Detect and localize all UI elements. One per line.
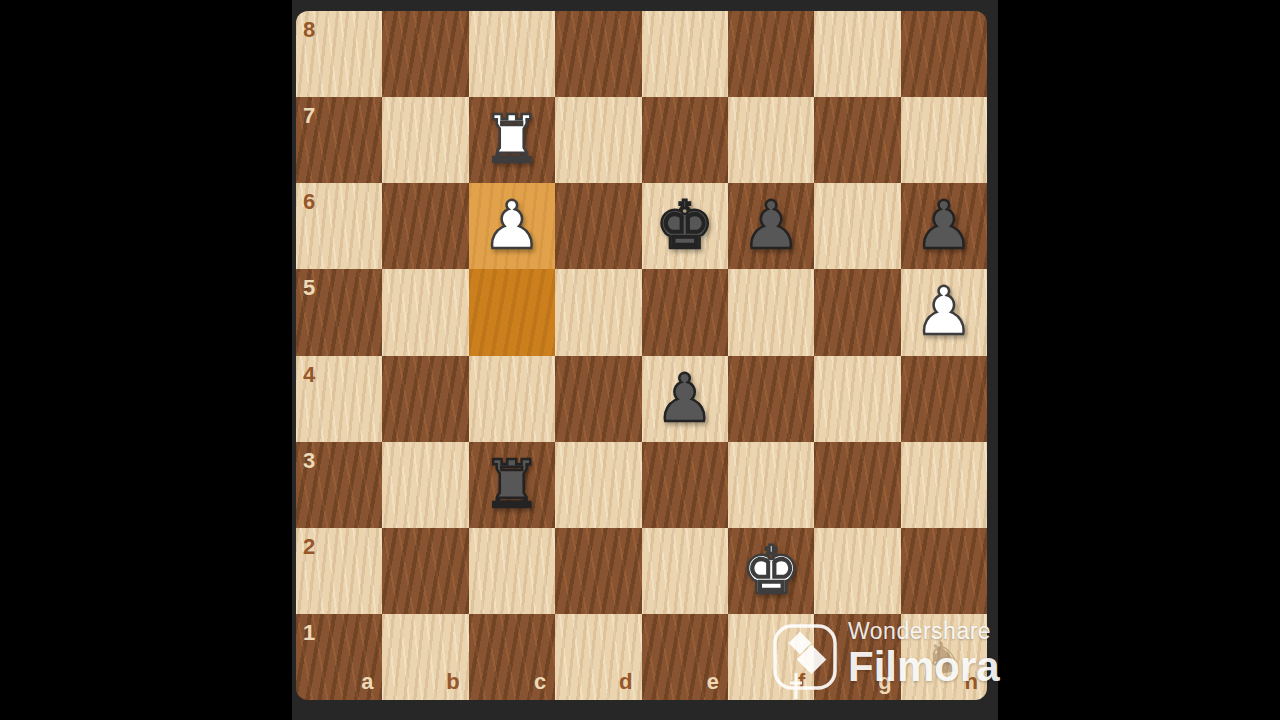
square-a5[interactable]: 5: [296, 269, 382, 355]
square-a6[interactable]: 6: [296, 183, 382, 269]
square-g5[interactable]: [814, 269, 900, 355]
square-b1[interactable]: b: [382, 614, 468, 700]
square-b6[interactable]: [382, 183, 468, 269]
square-h7[interactable]: [901, 97, 987, 183]
square-f1[interactable]: f: [728, 614, 814, 700]
square-d7[interactable]: [555, 97, 641, 183]
square-b4[interactable]: [382, 356, 468, 442]
square-e4[interactable]: ♟: [642, 356, 728, 442]
square-c6[interactable]: ♟: [469, 183, 555, 269]
piece-white-pawn[interactable]: ♟: [901, 269, 987, 355]
square-c2[interactable]: [469, 528, 555, 614]
square-f8[interactable]: [728, 11, 814, 97]
square-a7[interactable]: 7: [296, 97, 382, 183]
rank-label-4: 4: [303, 364, 315, 386]
file-label-f: f: [798, 671, 805, 693]
square-g3[interactable]: [814, 442, 900, 528]
rank-label-7: 7: [303, 105, 315, 127]
square-c1[interactable]: c: [469, 614, 555, 700]
square-g8[interactable]: [814, 11, 900, 97]
square-a1[interactable]: 1a: [296, 614, 382, 700]
square-h5[interactable]: ♟: [901, 269, 987, 355]
square-g6[interactable]: [814, 183, 900, 269]
square-c4[interactable]: [469, 356, 555, 442]
piece-black-rook[interactable]: ♜: [469, 442, 555, 528]
square-h3[interactable]: [901, 442, 987, 528]
square-h6[interactable]: ♟: [901, 183, 987, 269]
square-e5[interactable]: [642, 269, 728, 355]
square-d5[interactable]: [555, 269, 641, 355]
file-label-d: d: [619, 671, 632, 693]
file-label-e: e: [707, 671, 719, 693]
square-e3[interactable]: [642, 442, 728, 528]
square-d1[interactable]: d: [555, 614, 641, 700]
file-label-a: a: [361, 671, 373, 693]
square-h1[interactable]: h♞: [901, 614, 987, 700]
square-d8[interactable]: [555, 11, 641, 97]
square-e8[interactable]: [642, 11, 728, 97]
rank-label-6: 6: [303, 191, 315, 213]
square-d4[interactable]: [555, 356, 641, 442]
rank-label-5: 5: [303, 277, 315, 299]
square-d6[interactable]: [555, 183, 641, 269]
piece-black-pawn[interactable]: ♟: [642, 356, 728, 442]
square-f7[interactable]: [728, 97, 814, 183]
square-h4[interactable]: [901, 356, 987, 442]
square-g1[interactable]: g: [814, 614, 900, 700]
square-a4[interactable]: 4: [296, 356, 382, 442]
file-label-h: h: [965, 671, 978, 693]
piece-black-pawn[interactable]: ♟: [901, 183, 987, 269]
chess-board: 87♜6♟♚♟♟5♟4♟3♜2♚1abcdefgh♞: [296, 11, 987, 700]
piece-black-king[interactable]: ♚: [642, 183, 728, 269]
square-g7[interactable]: [814, 97, 900, 183]
square-f6[interactable]: ♟: [728, 183, 814, 269]
rank-label-3: 3: [303, 450, 315, 472]
square-e6[interactable]: ♚: [642, 183, 728, 269]
square-h8[interactable]: [901, 11, 987, 97]
square-b7[interactable]: [382, 97, 468, 183]
square-f2[interactable]: ♚: [728, 528, 814, 614]
file-label-b: b: [446, 671, 459, 693]
square-c5[interactable]: [469, 269, 555, 355]
piece-white-rook[interactable]: ♜: [469, 97, 555, 183]
square-d2[interactable]: [555, 528, 641, 614]
square-f4[interactable]: [728, 356, 814, 442]
square-c3[interactable]: ♜: [469, 442, 555, 528]
file-label-c: c: [534, 671, 546, 693]
square-d3[interactable]: [555, 442, 641, 528]
square-h2[interactable]: [901, 528, 987, 614]
square-c7[interactable]: ♜: [469, 97, 555, 183]
piece-white-pawn[interactable]: ♟: [469, 183, 555, 269]
square-b5[interactable]: [382, 269, 468, 355]
square-b8[interactable]: [382, 11, 468, 97]
rank-label-8: 8: [303, 19, 315, 41]
square-g2[interactable]: [814, 528, 900, 614]
square-e1[interactable]: e: [642, 614, 728, 700]
rank-label-1: 1: [303, 622, 315, 644]
square-e2[interactable]: [642, 528, 728, 614]
square-b2[interactable]: [382, 528, 468, 614]
square-e7[interactable]: [642, 97, 728, 183]
square-a3[interactable]: 3: [296, 442, 382, 528]
square-b3[interactable]: [382, 442, 468, 528]
square-f5[interactable]: [728, 269, 814, 355]
square-c8[interactable]: [469, 11, 555, 97]
square-a8[interactable]: 8: [296, 11, 382, 97]
rank-label-2: 2: [303, 536, 315, 558]
file-label-g: g: [878, 671, 891, 693]
square-f3[interactable]: [728, 442, 814, 528]
square-g4[interactable]: [814, 356, 900, 442]
piece-black-pawn[interactable]: ♟: [728, 183, 814, 269]
piece-white-king[interactable]: ♚: [728, 528, 814, 614]
square-a2[interactable]: 2: [296, 528, 382, 614]
